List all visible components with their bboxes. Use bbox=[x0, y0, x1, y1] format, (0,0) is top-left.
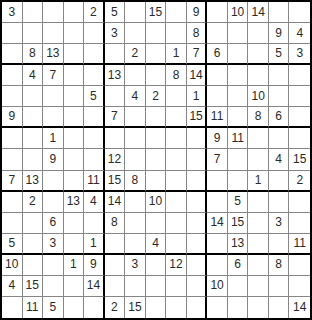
cell-r9c1[interactable]: 7 bbox=[2, 171, 23, 192]
clue-digit: 12 bbox=[169, 258, 182, 270]
cell-r11c14[interactable]: 3 bbox=[269, 213, 290, 234]
cell-r12c8[interactable]: 4 bbox=[146, 234, 167, 255]
cell-r10c3[interactable] bbox=[43, 192, 64, 213]
clue-digit: 9 bbox=[275, 27, 282, 39]
clue-digit: 13 bbox=[108, 69, 121, 81]
cell-r6c11[interactable]: 11 bbox=[207, 107, 228, 128]
cell-r3c7[interactable]: 2 bbox=[125, 44, 146, 65]
cell-r11c2[interactable] bbox=[23, 213, 44, 234]
cell-r6c4[interactable] bbox=[64, 107, 85, 128]
clue-digit: 11 bbox=[293, 237, 305, 249]
cell-r15c4[interactable] bbox=[64, 297, 85, 318]
cell-r15c1[interactable] bbox=[2, 297, 23, 318]
cell-r9c10[interactable] bbox=[187, 171, 208, 192]
cell-r15c2[interactable]: 11 bbox=[23, 297, 44, 318]
cell-r1c2[interactable] bbox=[23, 2, 44, 23]
clue-digit: 4 bbox=[90, 195, 97, 207]
cell-r2c15[interactable]: 4 bbox=[289, 23, 310, 44]
cell-r4c15[interactable] bbox=[289, 65, 310, 86]
cell-r3c9[interactable]: 1 bbox=[166, 44, 187, 65]
cell-r13c11[interactable] bbox=[207, 255, 228, 276]
cell-r6c3[interactable] bbox=[43, 107, 64, 128]
clue-digit: 4 bbox=[275, 153, 282, 165]
cell-r9c12[interactable] bbox=[228, 171, 249, 192]
cell-r1c13[interactable]: 14 bbox=[248, 2, 269, 23]
cell-r12c2[interactable] bbox=[23, 234, 44, 255]
clue-digit: 5 bbox=[275, 47, 282, 59]
clue-digit: 8 bbox=[173, 69, 180, 81]
cell-r4c3[interactable]: 7 bbox=[43, 65, 64, 86]
cell-r15c13[interactable] bbox=[248, 297, 269, 318]
clue-digit: 4 bbox=[29, 69, 36, 81]
cell-r10c15[interactable] bbox=[289, 192, 310, 213]
cell-r12c10[interactable] bbox=[187, 234, 208, 255]
cell-r5c11[interactable] bbox=[207, 86, 228, 107]
sudoku-board: 3251591014389481321765347138145421109715… bbox=[0, 0, 312, 320]
cell-r6c10[interactable]: 15 bbox=[187, 107, 208, 128]
clue-digit: 3 bbox=[132, 258, 139, 270]
cell-r13c8[interactable] bbox=[146, 255, 167, 276]
cell-r13c5[interactable]: 9 bbox=[84, 255, 105, 276]
clue-digit: 2 bbox=[90, 6, 97, 18]
cell-r4c13[interactable] bbox=[248, 65, 269, 86]
cell-r2c2[interactable] bbox=[23, 23, 44, 44]
cell-r2c6[interactable]: 3 bbox=[105, 23, 126, 44]
cell-r1c7[interactable] bbox=[125, 2, 146, 23]
cell-r2c7[interactable] bbox=[125, 23, 146, 44]
clue-digit: 3 bbox=[275, 216, 282, 228]
clue-digit: 3 bbox=[8, 6, 15, 18]
cell-r14c9[interactable] bbox=[166, 276, 187, 297]
cell-r5c6[interactable] bbox=[105, 86, 126, 107]
cell-r9c15[interactable]: 2 bbox=[289, 171, 310, 192]
cell-r4c14[interactable] bbox=[269, 65, 290, 86]
cell-r4c6[interactable]: 13 bbox=[105, 65, 126, 86]
cell-r7c3[interactable]: 1 bbox=[43, 128, 64, 149]
clue-digit: 9 bbox=[90, 258, 97, 270]
cell-r10c6[interactable]: 14 bbox=[105, 192, 126, 213]
cell-r10c11[interactable] bbox=[207, 192, 228, 213]
clue-digit: 2 bbox=[296, 174, 303, 186]
clue-digit: 1 bbox=[90, 237, 97, 249]
cell-r15c11[interactable] bbox=[207, 297, 228, 318]
cell-r12c9[interactable] bbox=[166, 234, 187, 255]
cell-r5c9[interactable] bbox=[166, 86, 187, 107]
cell-r11c1[interactable] bbox=[2, 213, 23, 234]
cell-r9c11[interactable] bbox=[207, 171, 228, 192]
cell-r5c4[interactable] bbox=[64, 86, 85, 107]
cell-r7c12[interactable]: 11 bbox=[228, 128, 249, 149]
cell-r12c7[interactable] bbox=[125, 234, 146, 255]
clue-digit: 12 bbox=[108, 153, 121, 165]
cell-r2c3[interactable] bbox=[43, 23, 64, 44]
cell-r4c9[interactable]: 8 bbox=[166, 65, 187, 86]
cell-r15c9[interactable] bbox=[166, 297, 187, 318]
cell-r5c5[interactable]: 5 bbox=[84, 86, 105, 107]
cell-r3c12[interactable] bbox=[228, 44, 249, 65]
cell-r14c8[interactable] bbox=[146, 276, 167, 297]
cell-r12c1[interactable]: 5 bbox=[2, 234, 23, 255]
cell-r10c2[interactable]: 2 bbox=[23, 192, 44, 213]
cell-r8c1[interactable] bbox=[2, 149, 23, 170]
clue-digit: 15 bbox=[26, 279, 39, 291]
cell-r15c7[interactable]: 15 bbox=[125, 297, 146, 318]
cell-r10c1[interactable] bbox=[2, 192, 23, 213]
clue-digit: 14 bbox=[189, 69, 202, 81]
cell-r15c12[interactable] bbox=[228, 297, 249, 318]
cell-r6c15[interactable] bbox=[289, 107, 310, 128]
cell-r14c7[interactable] bbox=[125, 276, 146, 297]
cell-r10c8[interactable]: 10 bbox=[146, 192, 167, 213]
cell-r12c5[interactable]: 1 bbox=[84, 234, 105, 255]
cell-r7c13[interactable] bbox=[248, 128, 269, 149]
cell-r13c13[interactable] bbox=[248, 255, 269, 276]
cell-r3c2[interactable]: 8 bbox=[23, 44, 44, 65]
cell-r5c15[interactable] bbox=[289, 86, 310, 107]
cell-r14c11[interactable]: 10 bbox=[207, 276, 228, 297]
cell-r14c13[interactable] bbox=[248, 276, 269, 297]
cell-r13c12[interactable]: 6 bbox=[228, 255, 249, 276]
cell-r15c8[interactable] bbox=[146, 297, 167, 318]
cell-r10c9[interactable] bbox=[166, 192, 187, 213]
cell-r2c13[interactable] bbox=[248, 23, 269, 44]
clue-digit: 3 bbox=[49, 237, 56, 249]
cell-r2c12[interactable] bbox=[228, 23, 249, 44]
cell-r8c14[interactable]: 4 bbox=[269, 149, 290, 170]
cell-r12c13[interactable] bbox=[248, 234, 269, 255]
cell-r10c4[interactable]: 13 bbox=[64, 192, 85, 213]
cell-r8c5[interactable] bbox=[84, 149, 105, 170]
cell-r8c11[interactable]: 7 bbox=[207, 149, 228, 170]
cell-r8c9[interactable] bbox=[166, 149, 187, 170]
clue-digit: 10 bbox=[149, 195, 162, 207]
cell-r5c13[interactable]: 10 bbox=[248, 86, 269, 107]
clue-digit: 15 bbox=[149, 6, 162, 18]
clue-digit: 8 bbox=[255, 110, 262, 122]
cell-r12c3[interactable]: 3 bbox=[43, 234, 64, 255]
clue-digit: 14 bbox=[210, 216, 223, 228]
cell-r14c5[interactable]: 14 bbox=[84, 276, 105, 297]
cell-r15c10[interactable] bbox=[187, 297, 208, 318]
cell-r15c5[interactable] bbox=[84, 297, 105, 318]
cell-r12c6[interactable] bbox=[105, 234, 126, 255]
cell-r9c14[interactable] bbox=[269, 171, 290, 192]
clue-digit: 4 bbox=[8, 279, 15, 291]
cell-r11c7[interactable] bbox=[125, 213, 146, 234]
cell-r7c9[interactable] bbox=[166, 128, 187, 149]
cell-r10c7[interactable] bbox=[125, 192, 146, 213]
clue-digit: 8 bbox=[132, 174, 139, 186]
cell-r12c14[interactable] bbox=[269, 234, 290, 255]
cell-r13c4[interactable]: 1 bbox=[64, 255, 85, 276]
cell-r4c5[interactable] bbox=[84, 65, 105, 86]
clue-digit: 4 bbox=[152, 237, 159, 249]
cell-r11c8[interactable] bbox=[146, 213, 167, 234]
clue-digit: 5 bbox=[90, 90, 97, 102]
cell-r13c9[interactable]: 12 bbox=[166, 255, 187, 276]
cell-r13c14[interactable]: 8 bbox=[269, 255, 290, 276]
clue-digit: 11 bbox=[87, 174, 99, 186]
cell-r1c1[interactable]: 3 bbox=[2, 2, 23, 23]
cell-r4c11[interactable] bbox=[207, 65, 228, 86]
cell-r5c12[interactable] bbox=[228, 86, 249, 107]
clue-digit: 9 bbox=[8, 110, 15, 122]
cell-r1c8[interactable]: 15 bbox=[146, 2, 167, 23]
clue-digit: 2 bbox=[152, 90, 159, 102]
clue-digit: 1 bbox=[173, 47, 180, 59]
clue-digit: 10 bbox=[5, 258, 18, 270]
clue-digit: 10 bbox=[251, 90, 264, 102]
clue-digit: 4 bbox=[132, 90, 139, 102]
cell-r12c12[interactable]: 13 bbox=[228, 234, 249, 255]
cell-r5c1[interactable] bbox=[2, 86, 23, 107]
cell-r8c2[interactable] bbox=[23, 149, 44, 170]
clue-digit: 7 bbox=[193, 47, 200, 59]
cell-r9c9[interactable] bbox=[166, 171, 187, 192]
clue-digit: 10 bbox=[210, 279, 223, 291]
cell-r11c10[interactable] bbox=[187, 213, 208, 234]
cell-r15c15[interactable]: 14 bbox=[289, 297, 310, 318]
clue-digit: 6 bbox=[234, 258, 241, 270]
cell-r2c4[interactable] bbox=[64, 23, 85, 44]
cell-r3c8[interactable] bbox=[146, 44, 167, 65]
cell-r8c4[interactable] bbox=[64, 149, 85, 170]
cell-r6c8[interactable] bbox=[146, 107, 167, 128]
cell-r9c3[interactable] bbox=[43, 171, 64, 192]
cell-r10c13[interactable] bbox=[248, 192, 269, 213]
cell-r14c2[interactable]: 15 bbox=[23, 276, 44, 297]
cell-r14c3[interactable] bbox=[43, 276, 64, 297]
cell-r1c4[interactable] bbox=[64, 2, 85, 23]
clue-digit: 3 bbox=[111, 27, 118, 39]
cell-r8c8[interactable] bbox=[146, 149, 167, 170]
clue-digit: 5 bbox=[8, 237, 15, 249]
cell-r1c12[interactable]: 10 bbox=[228, 2, 249, 23]
cell-r8c12[interactable] bbox=[228, 149, 249, 170]
cell-r13c6[interactable] bbox=[105, 255, 126, 276]
cell-r9c13[interactable]: 1 bbox=[248, 171, 269, 192]
clue-digit: 1 bbox=[70, 258, 77, 270]
clue-digit: 2 bbox=[29, 195, 36, 207]
cell-r6c7[interactable] bbox=[125, 107, 146, 128]
clue-digit: 6 bbox=[214, 47, 221, 59]
cell-r15c3[interactable]: 5 bbox=[43, 297, 64, 318]
clue-digit: 1 bbox=[255, 174, 262, 186]
cell-r6c13[interactable]: 8 bbox=[248, 107, 269, 128]
clue-digit: 7 bbox=[8, 174, 15, 186]
cell-r2c1[interactable] bbox=[2, 23, 23, 44]
cell-r7c10[interactable] bbox=[187, 128, 208, 149]
clue-digit: 11 bbox=[26, 301, 38, 313]
cell-r1c3[interactable] bbox=[43, 2, 64, 23]
cell-r6c1[interactable]: 9 bbox=[2, 107, 23, 128]
cell-r12c11[interactable] bbox=[207, 234, 228, 255]
cell-r2c14[interactable]: 9 bbox=[269, 23, 290, 44]
cell-r2c8[interactable] bbox=[146, 23, 167, 44]
cell-r11c5[interactable] bbox=[84, 213, 105, 234]
cell-r2c10[interactable]: 8 bbox=[187, 23, 208, 44]
clue-digit: 14 bbox=[293, 301, 306, 313]
cell-r13c7[interactable]: 3 bbox=[125, 255, 146, 276]
cell-r1c10[interactable]: 9 bbox=[187, 2, 208, 23]
cell-r14c10[interactable] bbox=[187, 276, 208, 297]
clue-digit: 7 bbox=[214, 153, 221, 165]
cell-r12c4[interactable] bbox=[64, 234, 85, 255]
clue-digit: 15 bbox=[293, 153, 306, 165]
clue-digit: 3 bbox=[296, 47, 303, 59]
cell-r4c1[interactable] bbox=[2, 65, 23, 86]
cell-r10c14[interactable] bbox=[269, 192, 290, 213]
cell-r3c6[interactable] bbox=[105, 44, 126, 65]
cell-r8c15[interactable]: 15 bbox=[289, 149, 310, 170]
cell-r4c12[interactable] bbox=[228, 65, 249, 86]
cell-r13c3[interactable] bbox=[43, 255, 64, 276]
cell-r3c1[interactable] bbox=[2, 44, 23, 65]
cell-r1c15[interactable] bbox=[289, 2, 310, 23]
cell-r3c11[interactable]: 6 bbox=[207, 44, 228, 65]
clue-digit: 14 bbox=[87, 279, 100, 291]
cell-r5c3[interactable] bbox=[43, 86, 64, 107]
cell-r8c6[interactable]: 12 bbox=[105, 149, 126, 170]
clue-digit: 15 bbox=[231, 216, 244, 228]
cell-r13c1[interactable]: 10 bbox=[2, 255, 23, 276]
clue-digit: 9 bbox=[49, 153, 56, 165]
clue-digit: 6 bbox=[49, 216, 56, 228]
cell-r4c10[interactable]: 14 bbox=[187, 65, 208, 86]
cell-r14c4[interactable] bbox=[64, 276, 85, 297]
cell-r3c5[interactable] bbox=[84, 44, 105, 65]
cell-r15c6[interactable]: 2 bbox=[105, 297, 126, 318]
cell-r4c2[interactable]: 4 bbox=[23, 65, 44, 86]
cell-r7c8[interactable] bbox=[146, 128, 167, 149]
cell-r10c5[interactable]: 4 bbox=[84, 192, 105, 213]
cell-r13c15[interactable] bbox=[289, 255, 310, 276]
cell-r9c6[interactable]: 15 bbox=[105, 171, 126, 192]
cell-r13c2[interactable] bbox=[23, 255, 44, 276]
clue-digit: 11 bbox=[231, 132, 243, 144]
clue-digit: 8 bbox=[193, 27, 200, 39]
cell-r9c7[interactable]: 8 bbox=[125, 171, 146, 192]
cell-r1c5[interactable]: 2 bbox=[84, 2, 105, 23]
clue-digit: 2 bbox=[132, 47, 139, 59]
cell-r14c15[interactable] bbox=[289, 276, 310, 297]
cell-r14c14[interactable] bbox=[269, 276, 290, 297]
cell-r7c1[interactable] bbox=[2, 128, 23, 149]
clue-digit: 13 bbox=[231, 237, 244, 249]
cell-r4c7[interactable] bbox=[125, 65, 146, 86]
clue-digit: 6 bbox=[275, 110, 282, 122]
clue-digit: 4 bbox=[296, 27, 303, 39]
cell-r5c7[interactable]: 4 bbox=[125, 86, 146, 107]
clue-digit: 8 bbox=[111, 216, 118, 228]
cell-r7c4[interactable] bbox=[64, 128, 85, 149]
cell-r15c14[interactable] bbox=[269, 297, 290, 318]
cell-r5c14[interactable] bbox=[269, 86, 290, 107]
clue-digit: 2 bbox=[111, 301, 118, 313]
cell-r6c6[interactable]: 7 bbox=[105, 107, 126, 128]
cell-r5c2[interactable] bbox=[23, 86, 44, 107]
cell-r9c4[interactable] bbox=[64, 171, 85, 192]
clue-digit: 9 bbox=[214, 132, 221, 144]
cell-r5c10[interactable]: 1 bbox=[187, 86, 208, 107]
cell-r14c12[interactable] bbox=[228, 276, 249, 297]
cell-r8c13[interactable] bbox=[248, 149, 269, 170]
clue-digit: 7 bbox=[49, 69, 56, 81]
cell-r2c11[interactable] bbox=[207, 23, 228, 44]
cell-r10c10[interactable] bbox=[187, 192, 208, 213]
cell-r6c5[interactable] bbox=[84, 107, 105, 128]
cell-r7c11[interactable]: 9 bbox=[207, 128, 228, 149]
cell-r10c12[interactable]: 5 bbox=[228, 192, 249, 213]
cell-r9c5[interactable]: 11 bbox=[84, 171, 105, 192]
clue-digit: 1 bbox=[193, 90, 200, 102]
cell-r2c5[interactable] bbox=[84, 23, 105, 44]
clue-digit: 9 bbox=[193, 6, 200, 18]
cell-r3c10[interactable]: 7 bbox=[187, 44, 208, 65]
cell-r3c13[interactable] bbox=[248, 44, 269, 65]
cell-r2c9[interactable] bbox=[166, 23, 187, 44]
clue-digit: 13 bbox=[67, 195, 80, 207]
cell-r9c2[interactable]: 13 bbox=[23, 171, 44, 192]
cell-r1c6[interactable]: 5 bbox=[105, 2, 126, 23]
cell-r11c6[interactable]: 8 bbox=[105, 213, 126, 234]
cell-r7c6[interactable] bbox=[105, 128, 126, 149]
clue-digit: 5 bbox=[234, 195, 241, 207]
cell-r11c12[interactable]: 15 bbox=[228, 213, 249, 234]
clue-digit: 14 bbox=[251, 6, 264, 18]
cell-r13c10[interactable] bbox=[187, 255, 208, 276]
clue-digit: 15 bbox=[108, 174, 121, 186]
cell-r11c3[interactable]: 6 bbox=[43, 213, 64, 234]
cell-r9c8[interactable] bbox=[146, 171, 167, 192]
cell-r6c2[interactable] bbox=[23, 107, 44, 128]
cell-r3c4[interactable] bbox=[64, 44, 85, 65]
cell-r11c11[interactable]: 14 bbox=[207, 213, 228, 234]
cell-r6c14[interactable]: 6 bbox=[269, 107, 290, 128]
cell-r11c4[interactable] bbox=[64, 213, 85, 234]
cell-r7c7[interactable] bbox=[125, 128, 146, 149]
cell-r6c9[interactable] bbox=[166, 107, 187, 128]
cell-r5c8[interactable]: 2 bbox=[146, 86, 167, 107]
cell-r3c15[interactable]: 3 bbox=[289, 44, 310, 65]
cell-r4c4[interactable] bbox=[64, 65, 85, 86]
cell-r12c15[interactable]: 11 bbox=[289, 234, 310, 255]
cell-r7c15[interactable] bbox=[289, 128, 310, 149]
cell-r8c10[interactable] bbox=[187, 149, 208, 170]
cell-r11c15[interactable] bbox=[289, 213, 310, 234]
cell-r11c13[interactable] bbox=[248, 213, 269, 234]
cell-r7c5[interactable] bbox=[84, 128, 105, 149]
clue-digit: 14 bbox=[108, 195, 121, 207]
cell-r14c1[interactable]: 4 bbox=[2, 276, 23, 297]
clue-digit: 13 bbox=[26, 174, 39, 186]
cell-r8c3[interactable]: 9 bbox=[43, 149, 64, 170]
cell-r6c12[interactable] bbox=[228, 107, 249, 128]
cell-r3c14[interactable]: 5 bbox=[269, 44, 290, 65]
cell-r14c6[interactable] bbox=[105, 276, 126, 297]
cell-r7c2[interactable] bbox=[23, 128, 44, 149]
cell-r11c9[interactable] bbox=[166, 213, 187, 234]
clue-digit: 5 bbox=[111, 6, 118, 18]
cell-r7c14[interactable] bbox=[269, 128, 290, 149]
cell-r1c9[interactable] bbox=[166, 2, 187, 23]
cell-r8c7[interactable] bbox=[125, 149, 146, 170]
clue-digit: 1 bbox=[49, 132, 56, 144]
cell-r4c8[interactable] bbox=[146, 65, 167, 86]
cell-r1c14[interactable] bbox=[269, 2, 290, 23]
cell-r3c3[interactable]: 13 bbox=[43, 44, 64, 65]
cell-r1c11[interactable] bbox=[207, 2, 228, 23]
